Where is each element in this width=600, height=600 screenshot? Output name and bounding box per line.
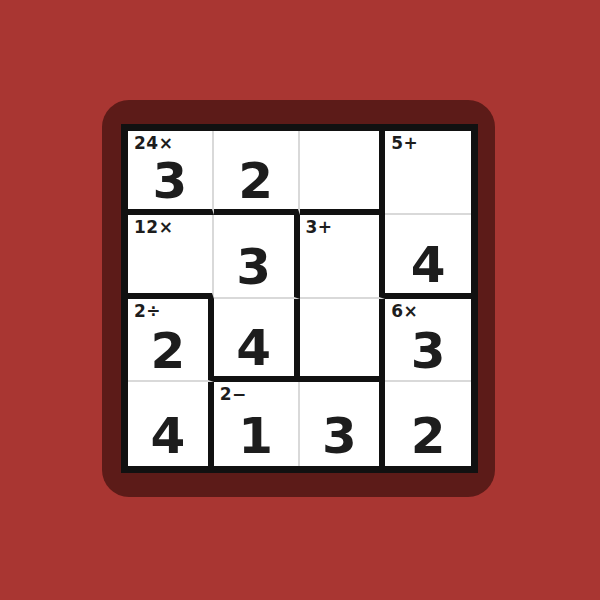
cell-value: 2: [150, 326, 185, 376]
cell-r1c1[interactable]: 24× 3: [128, 131, 214, 215]
app-background: { "game": "kenken", "board": { "size": 4…: [0, 0, 600, 600]
cell-value: 2: [238, 156, 273, 206]
cell-value: 3: [152, 156, 187, 206]
cell-value: 4: [411, 240, 446, 290]
cage-label-3plus: 3+: [306, 217, 333, 237]
cell-r4c1[interactable]: 4: [128, 382, 214, 466]
cage-label-6x: 6×: [391, 301, 418, 321]
cell-r4c3[interactable]: 3: [300, 382, 386, 466]
cell-r2c1[interactable]: 12×: [128, 215, 214, 299]
cell-r3c4[interactable]: 6× 3: [385, 299, 471, 383]
cell-r1c3[interactable]: [300, 131, 386, 215]
cell-r2c2[interactable]: 3: [214, 215, 300, 299]
cell-r4c4[interactable]: 2: [385, 382, 471, 466]
cell-r4c2[interactable]: 2− 1: [214, 382, 300, 466]
kenken-grid: 24× 3 2 5+ 12× 3 3+ 4 2÷ 2 4 6×: [121, 124, 478, 473]
cell-r2c4[interactable]: 4: [385, 215, 471, 299]
cell-value: 3: [322, 411, 357, 461]
cell-value: 3: [411, 326, 446, 376]
cell-value: 1: [238, 411, 273, 461]
cage-label-12x: 12×: [134, 217, 173, 237]
cell-r3c1[interactable]: 2÷ 2: [128, 299, 214, 383]
cell-value: 4: [150, 411, 185, 461]
cage-label-2div: 2÷: [134, 301, 161, 321]
cell-r1c4[interactable]: 5+: [385, 131, 471, 215]
cage-label-2minus: 2−: [220, 384, 247, 404]
cell-r2c3[interactable]: 3+: [300, 215, 386, 299]
cell-value: 2: [411, 411, 446, 461]
cage-label-5plus: 5+: [391, 133, 418, 153]
cell-value: 4: [236, 323, 271, 373]
cell-r3c3[interactable]: [300, 299, 386, 383]
cell-r3c2[interactable]: 4: [214, 299, 300, 383]
cell-value: 3: [236, 242, 271, 292]
cell-r1c2[interactable]: 2: [214, 131, 300, 215]
cage-label-24x: 24×: [134, 133, 173, 153]
